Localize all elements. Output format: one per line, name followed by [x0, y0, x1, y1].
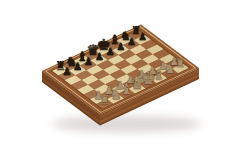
- chess-board: [42, 24, 199, 114]
- board-scene: ♜♞♝♛♚♝♞♜♟♟♟♟♟♟♟♟♟♟♟♟♟♟♟♟♜♞♝♛♚♝♞♜: [0, 0, 240, 150]
- board-shadow: [52, 116, 202, 132]
- chess-set-photo: ♜♞♝♛♚♝♞♜♟♟♟♟♟♟♟♟♟♟♟♟♟♟♟♟♜♞♝♛♚♝♞♜: [0, 0, 240, 150]
